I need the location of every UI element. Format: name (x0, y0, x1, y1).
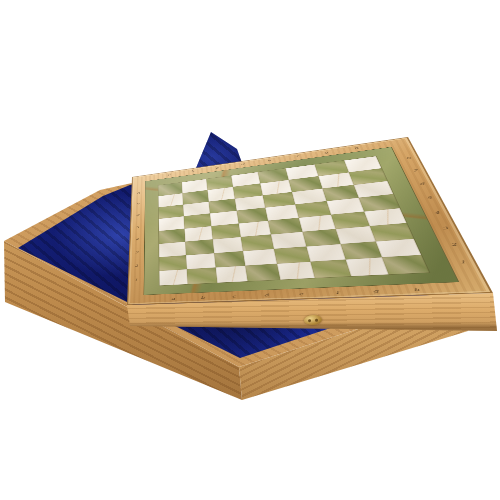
file-label-far-f: f (296, 155, 299, 158)
rank-label-left-5: 5 (136, 226, 139, 229)
square-c1 (215, 266, 248, 283)
square-b1 (187, 268, 217, 285)
rank-label-left-7: 7 (136, 203, 139, 206)
rank-label-right-3: 3 (441, 226, 448, 230)
rank-label-right-5: 5 (426, 196, 433, 200)
rank-label-left-8: 8 (137, 192, 140, 195)
file-label-far-h: h (354, 146, 359, 149)
rank-label-right-2: 2 (450, 242, 458, 246)
file-label-far-a: a (168, 173, 171, 176)
square-e1 (277, 262, 315, 280)
file-label-near-b: b (201, 296, 205, 300)
rank-label-left-3: 3 (135, 251, 138, 254)
square-f1 (310, 260, 350, 278)
file-label-near-a: a (171, 297, 175, 301)
rank-label-left-6: 6 (136, 214, 139, 217)
rank-label-left-2: 2 (134, 264, 137, 267)
rank-label-left-1: 1 (134, 278, 138, 282)
file-label-near-g: g (372, 289, 379, 293)
rank-label-right-7: 7 (412, 169, 418, 173)
rank-label-right-6: 6 (418, 182, 425, 186)
file-label-near-e: e (298, 292, 303, 296)
file-label-near-c: c (232, 294, 236, 298)
square-h1 (382, 255, 429, 274)
file-label-far-g: g (324, 151, 329, 154)
chessboard-lid: aa88bb77cc66dd55ee44ff33gg22hh11 (127, 137, 493, 305)
file-label-near-d: d (264, 293, 269, 297)
file-label-far-e: e (267, 159, 271, 162)
file-label-far-b: b (191, 170, 194, 173)
rank-label-right-4: 4 (433, 210, 440, 214)
square-a1 (159, 269, 187, 285)
rank-label-left-4: 4 (135, 238, 138, 241)
chess-box-product-photo: aa88bb77cc66dd55ee44ff33gg22hh11 (0, 0, 500, 500)
square-d1 (245, 264, 280, 281)
rank-label-right-8: 8 (405, 156, 411, 159)
file-label-near-h: h (413, 287, 421, 292)
file-label-far-c: c (215, 166, 218, 169)
file-label-far-d: d (241, 163, 245, 166)
